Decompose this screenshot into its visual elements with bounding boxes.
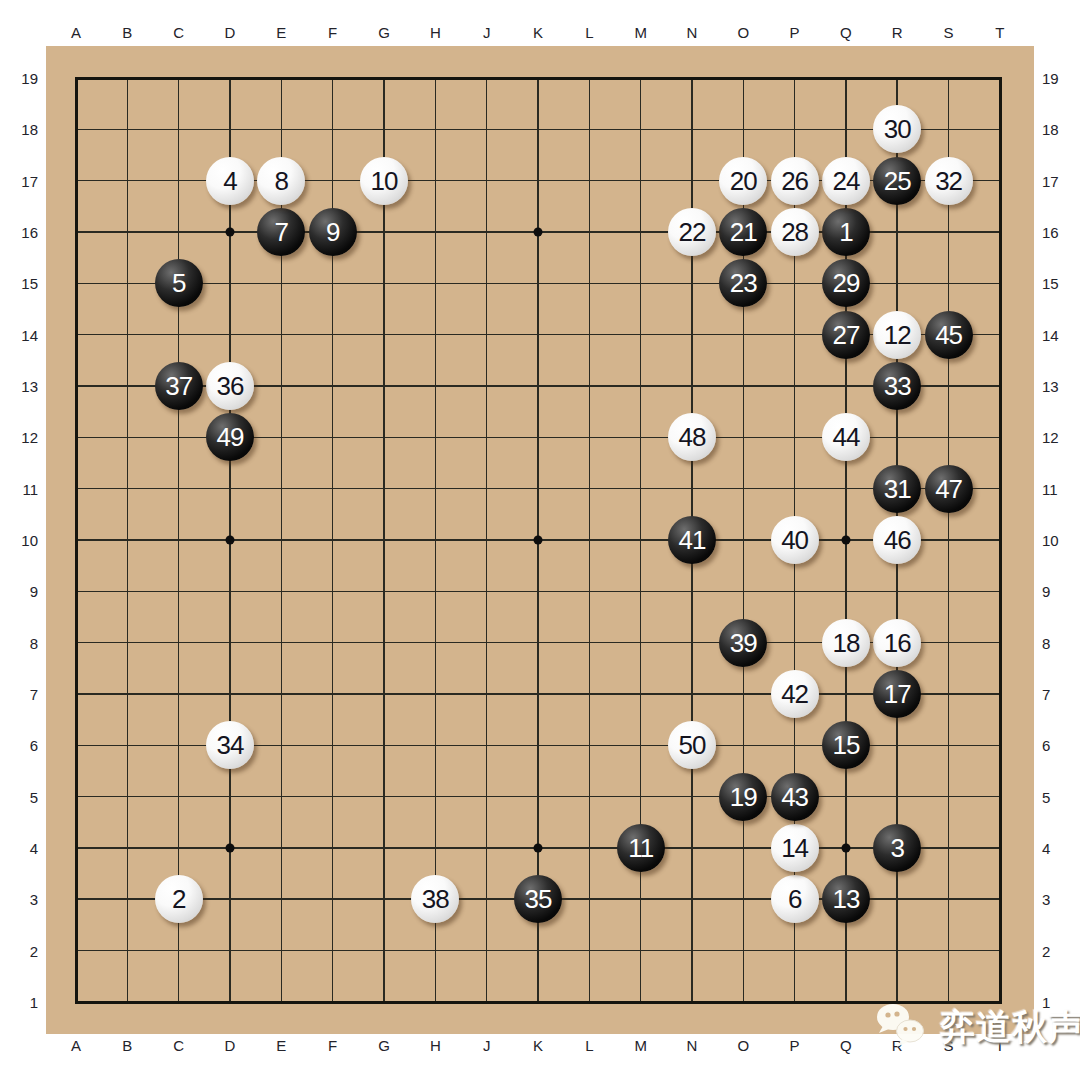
cell-t11[interactable] (974, 463, 1025, 514)
cell-o11[interactable] (718, 463, 769, 514)
cell-a18[interactable] (50, 104, 101, 155)
cell-m1[interactable] (615, 976, 666, 1027)
cell-g5[interactable] (358, 771, 409, 822)
cell-e11[interactable] (256, 463, 307, 514)
cell-g3[interactable] (358, 874, 409, 925)
cell-p2[interactable] (769, 925, 820, 976)
cell-t2[interactable] (974, 925, 1025, 976)
stone-white-34-d6[interactable]: 34 (206, 721, 254, 769)
cell-l6[interactable] (564, 720, 615, 771)
cell-f5[interactable] (307, 771, 358, 822)
cell-e4[interactable] (256, 822, 307, 873)
stone-white-38-h3[interactable]: 38 (411, 875, 459, 923)
cell-m17[interactable] (615, 155, 666, 206)
cell-t9[interactable] (974, 566, 1025, 617)
cell-a1[interactable] (50, 976, 101, 1027)
cell-l1[interactable] (564, 976, 615, 1027)
cell-h13[interactable] (410, 360, 461, 411)
cell-m13[interactable] (615, 360, 666, 411)
cell-j15[interactable] (461, 258, 512, 309)
cell-t7[interactable] (974, 668, 1025, 719)
cell-c8[interactable] (153, 617, 204, 668)
cell-a17[interactable] (50, 155, 101, 206)
cell-d14[interactable] (204, 309, 255, 360)
cell-h17[interactable] (410, 155, 461, 206)
cell-e14[interactable] (256, 309, 307, 360)
cell-j18[interactable] (461, 104, 512, 155)
cell-q18[interactable] (820, 104, 871, 155)
cell-k12[interactable] (512, 412, 563, 463)
cell-o6[interactable] (718, 720, 769, 771)
cell-n1[interactable] (666, 976, 717, 1027)
cell-e2[interactable] (256, 925, 307, 976)
cell-o9[interactable] (718, 566, 769, 617)
cell-e13[interactable] (256, 360, 307, 411)
cell-m14[interactable] (615, 309, 666, 360)
cell-r12[interactable] (872, 412, 923, 463)
cell-f12[interactable] (307, 412, 358, 463)
cell-f1[interactable] (307, 976, 358, 1027)
cell-q19[interactable] (820, 52, 871, 103)
cell-f14[interactable] (307, 309, 358, 360)
cell-n5[interactable] (666, 771, 717, 822)
stone-black-9-f16[interactable]: 9 (309, 208, 357, 256)
cell-f8[interactable] (307, 617, 358, 668)
stone-black-17-r7[interactable]: 17 (873, 670, 921, 718)
cell-b14[interactable] (102, 309, 153, 360)
cell-m10[interactable] (615, 514, 666, 565)
cell-d7[interactable] (204, 668, 255, 719)
cell-n8[interactable] (666, 617, 717, 668)
cell-k6[interactable] (512, 720, 563, 771)
cell-q2[interactable] (820, 925, 871, 976)
cell-q7[interactable] (820, 668, 871, 719)
cell-e8[interactable] (256, 617, 307, 668)
cell-t19[interactable] (974, 52, 1025, 103)
cell-h1[interactable] (410, 976, 461, 1027)
cell-l5[interactable] (564, 771, 615, 822)
cell-r6[interactable] (872, 720, 923, 771)
cell-p12[interactable] (769, 412, 820, 463)
cell-e18[interactable] (256, 104, 307, 155)
cell-f19[interactable] (307, 52, 358, 103)
cell-r2[interactable] (872, 925, 923, 976)
cell-c6[interactable] (153, 720, 204, 771)
cell-p14[interactable] (769, 309, 820, 360)
stone-white-22-n16[interactable]: 22 (668, 208, 716, 256)
cell-e7[interactable] (256, 668, 307, 719)
cell-h16[interactable] (410, 206, 461, 257)
cell-r19[interactable] (872, 52, 923, 103)
cell-k5[interactable] (512, 771, 563, 822)
cell-q13[interactable] (820, 360, 871, 411)
cell-l2[interactable] (564, 925, 615, 976)
cell-c14[interactable] (153, 309, 204, 360)
cell-d15[interactable] (204, 258, 255, 309)
cell-s3[interactable] (923, 874, 974, 925)
cell-b4[interactable] (102, 822, 153, 873)
cell-n18[interactable] (666, 104, 717, 155)
cell-c7[interactable] (153, 668, 204, 719)
cell-b3[interactable] (102, 874, 153, 925)
stone-black-49-d12[interactable]: 49 (206, 413, 254, 461)
cell-g11[interactable] (358, 463, 409, 514)
cell-j19[interactable] (461, 52, 512, 103)
cell-f9[interactable] (307, 566, 358, 617)
cell-k2[interactable] (512, 925, 563, 976)
cell-s18[interactable] (923, 104, 974, 155)
cell-j11[interactable] (461, 463, 512, 514)
cell-o3[interactable] (718, 874, 769, 925)
cell-c11[interactable] (153, 463, 204, 514)
cell-k18[interactable] (512, 104, 563, 155)
cell-a7[interactable] (50, 668, 101, 719)
stone-black-39-o8[interactable]: 39 (719, 619, 767, 667)
cell-n14[interactable] (666, 309, 717, 360)
cell-f13[interactable] (307, 360, 358, 411)
cell-h14[interactable] (410, 309, 461, 360)
cell-h18[interactable] (410, 104, 461, 155)
cell-a9[interactable] (50, 566, 101, 617)
cell-n17[interactable] (666, 155, 717, 206)
cell-k13[interactable] (512, 360, 563, 411)
cell-f10[interactable] (307, 514, 358, 565)
cell-m12[interactable] (615, 412, 666, 463)
cell-g6[interactable] (358, 720, 409, 771)
cell-h15[interactable] (410, 258, 461, 309)
stone-black-15-q6[interactable]: 15 (822, 721, 870, 769)
cell-p18[interactable] (769, 104, 820, 155)
stone-white-50-n6[interactable]: 50 (668, 721, 716, 769)
cell-o10[interactable] (718, 514, 769, 565)
cell-d9[interactable] (204, 566, 255, 617)
cell-m5[interactable] (615, 771, 666, 822)
cell-m9[interactable] (615, 566, 666, 617)
cell-n11[interactable] (666, 463, 717, 514)
stone-white-36-d13[interactable]: 36 (206, 362, 254, 410)
cell-c12[interactable] (153, 412, 204, 463)
cell-o18[interactable] (718, 104, 769, 155)
cell-n9[interactable] (666, 566, 717, 617)
cell-q5[interactable] (820, 771, 871, 822)
cell-j6[interactable] (461, 720, 512, 771)
cell-a3[interactable] (50, 874, 101, 925)
cell-a4[interactable] (50, 822, 101, 873)
cell-h2[interactable] (410, 925, 461, 976)
cell-b6[interactable] (102, 720, 153, 771)
cell-h12[interactable] (410, 412, 461, 463)
cell-q11[interactable] (820, 463, 871, 514)
cell-t4[interactable] (974, 822, 1025, 873)
cell-t18[interactable] (974, 104, 1025, 155)
cell-d1[interactable] (204, 976, 255, 1027)
stone-white-12-r14[interactable]: 12 (873, 311, 921, 359)
cell-j13[interactable] (461, 360, 512, 411)
cell-a6[interactable] (50, 720, 101, 771)
cell-o14[interactable] (718, 309, 769, 360)
cell-s9[interactable] (923, 566, 974, 617)
cell-b5[interactable] (102, 771, 153, 822)
cell-h5[interactable] (410, 771, 461, 822)
cell-p6[interactable] (769, 720, 820, 771)
cell-e10[interactable] (256, 514, 307, 565)
cell-g14[interactable] (358, 309, 409, 360)
cell-p13[interactable] (769, 360, 820, 411)
cell-f7[interactable] (307, 668, 358, 719)
stone-white-20-o17[interactable]: 20 (719, 157, 767, 205)
cell-b15[interactable] (102, 258, 153, 309)
stone-black-7-e16[interactable]: 7 (257, 208, 305, 256)
cell-s5[interactable] (923, 771, 974, 822)
cell-t3[interactable] (974, 874, 1025, 925)
cell-a2[interactable] (50, 925, 101, 976)
cell-k8[interactable] (512, 617, 563, 668)
cell-c10[interactable] (153, 514, 204, 565)
cell-k7[interactable] (512, 668, 563, 719)
stone-white-30-r18[interactable]: 30 (873, 105, 921, 153)
cell-s6[interactable] (923, 720, 974, 771)
cell-e19[interactable] (256, 52, 307, 103)
cell-t16[interactable] (974, 206, 1025, 257)
cell-o12[interactable] (718, 412, 769, 463)
cell-c9[interactable] (153, 566, 204, 617)
stone-white-16-r8[interactable]: 16 (873, 619, 921, 667)
cell-r5[interactable] (872, 771, 923, 822)
cell-g16[interactable] (358, 206, 409, 257)
cell-n4[interactable] (666, 822, 717, 873)
stone-white-14-p4[interactable]: 14 (771, 824, 819, 872)
stone-black-41-n10[interactable]: 41 (668, 516, 716, 564)
cell-q9[interactable] (820, 566, 871, 617)
cell-c5[interactable] (153, 771, 204, 822)
cell-d11[interactable] (204, 463, 255, 514)
cell-l9[interactable] (564, 566, 615, 617)
cell-j2[interactable] (461, 925, 512, 976)
stone-white-8-e17[interactable]: 8 (257, 157, 305, 205)
stone-black-31-r11[interactable]: 31 (873, 465, 921, 513)
cell-g8[interactable] (358, 617, 409, 668)
cell-j17[interactable] (461, 155, 512, 206)
cell-e12[interactable] (256, 412, 307, 463)
cell-d3[interactable] (204, 874, 255, 925)
stone-black-21-o16[interactable]: 21 (719, 208, 767, 256)
cell-m8[interactable] (615, 617, 666, 668)
cell-m11[interactable] (615, 463, 666, 514)
cell-r3[interactable] (872, 874, 923, 925)
cell-c1[interactable] (153, 976, 204, 1027)
stone-white-26-p17[interactable]: 26 (771, 157, 819, 205)
stone-black-47-s11[interactable]: 47 (925, 465, 973, 513)
cell-f11[interactable] (307, 463, 358, 514)
cell-a15[interactable] (50, 258, 101, 309)
cell-g10[interactable] (358, 514, 409, 565)
cell-g9[interactable] (358, 566, 409, 617)
stone-white-42-p7[interactable]: 42 (771, 670, 819, 718)
cell-j3[interactable] (461, 874, 512, 925)
cell-a5[interactable] (50, 771, 101, 822)
cell-l13[interactable] (564, 360, 615, 411)
cell-m2[interactable] (615, 925, 666, 976)
stone-white-24-q17[interactable]: 24 (822, 157, 870, 205)
stone-white-2-c3[interactable]: 2 (155, 875, 203, 923)
stone-black-35-k3[interactable]: 35 (514, 875, 562, 923)
cell-r15[interactable] (872, 258, 923, 309)
cell-b18[interactable] (102, 104, 153, 155)
cell-t8[interactable] (974, 617, 1025, 668)
cell-o4[interactable] (718, 822, 769, 873)
stone-white-18-q8[interactable]: 18 (822, 619, 870, 667)
cell-l18[interactable] (564, 104, 615, 155)
cell-j4[interactable] (461, 822, 512, 873)
cell-f4[interactable] (307, 822, 358, 873)
cell-h19[interactable] (410, 52, 461, 103)
cell-o2[interactable] (718, 925, 769, 976)
cell-t13[interactable] (974, 360, 1025, 411)
cell-f17[interactable] (307, 155, 358, 206)
cell-k17[interactable] (512, 155, 563, 206)
cell-s8[interactable] (923, 617, 974, 668)
cell-l3[interactable] (564, 874, 615, 925)
cell-t14[interactable] (974, 309, 1025, 360)
cell-s15[interactable] (923, 258, 974, 309)
stone-white-32-s17[interactable]: 32 (925, 157, 973, 205)
cell-h6[interactable] (410, 720, 461, 771)
cell-e15[interactable] (256, 258, 307, 309)
cell-e6[interactable] (256, 720, 307, 771)
cell-d5[interactable] (204, 771, 255, 822)
cell-m6[interactable] (615, 720, 666, 771)
cell-s7[interactable] (923, 668, 974, 719)
cell-a14[interactable] (50, 309, 101, 360)
cell-g15[interactable] (358, 258, 409, 309)
cell-m15[interactable] (615, 258, 666, 309)
cell-m7[interactable] (615, 668, 666, 719)
stone-white-44-q12[interactable]: 44 (822, 413, 870, 461)
stone-black-33-r13[interactable]: 33 (873, 362, 921, 410)
cell-l17[interactable] (564, 155, 615, 206)
cell-s19[interactable] (923, 52, 974, 103)
cell-j16[interactable] (461, 206, 512, 257)
cell-t12[interactable] (974, 412, 1025, 463)
cell-b17[interactable] (102, 155, 153, 206)
cell-t15[interactable] (974, 258, 1025, 309)
cell-a8[interactable] (50, 617, 101, 668)
cell-s16[interactable] (923, 206, 974, 257)
cell-s4[interactable] (923, 822, 974, 873)
cell-s10[interactable] (923, 514, 974, 565)
cell-p19[interactable] (769, 52, 820, 103)
cell-d2[interactable] (204, 925, 255, 976)
cell-m16[interactable] (615, 206, 666, 257)
cell-l10[interactable] (564, 514, 615, 565)
cell-j10[interactable] (461, 514, 512, 565)
cell-a13[interactable] (50, 360, 101, 411)
cell-b12[interactable] (102, 412, 153, 463)
cell-j5[interactable] (461, 771, 512, 822)
cell-b8[interactable] (102, 617, 153, 668)
cell-n13[interactable] (666, 360, 717, 411)
cell-b1[interactable] (102, 976, 153, 1027)
stone-black-3-r4[interactable]: 3 (873, 824, 921, 872)
cell-b11[interactable] (102, 463, 153, 514)
cell-c17[interactable] (153, 155, 204, 206)
cell-n7[interactable] (666, 668, 717, 719)
cell-f18[interactable] (307, 104, 358, 155)
stone-black-13-q3[interactable]: 13 (822, 875, 870, 923)
stone-white-40-p10[interactable]: 40 (771, 516, 819, 564)
stone-black-5-c15[interactable]: 5 (155, 259, 203, 307)
cell-t10[interactable] (974, 514, 1025, 565)
cell-g2[interactable] (358, 925, 409, 976)
cell-s13[interactable] (923, 360, 974, 411)
stone-white-6-p3[interactable]: 6 (771, 875, 819, 923)
stone-black-25-r17[interactable]: 25 (873, 157, 921, 205)
cell-m19[interactable] (615, 52, 666, 103)
cell-b7[interactable] (102, 668, 153, 719)
cell-h9[interactable] (410, 566, 461, 617)
cell-h7[interactable] (410, 668, 461, 719)
stone-white-46-r10[interactable]: 46 (873, 516, 921, 564)
cell-h8[interactable] (410, 617, 461, 668)
cell-c18[interactable] (153, 104, 204, 155)
cell-h10[interactable] (410, 514, 461, 565)
cell-c19[interactable] (153, 52, 204, 103)
cell-n19[interactable] (666, 52, 717, 103)
cell-l12[interactable] (564, 412, 615, 463)
cell-c2[interactable] (153, 925, 204, 976)
cell-n15[interactable] (666, 258, 717, 309)
cell-h4[interactable] (410, 822, 461, 873)
stone-black-19-o5[interactable]: 19 (719, 773, 767, 821)
cell-t6[interactable] (974, 720, 1025, 771)
cell-s12[interactable] (923, 412, 974, 463)
stone-black-45-s14[interactable]: 45 (925, 311, 973, 359)
cell-d8[interactable] (204, 617, 255, 668)
cell-j9[interactable] (461, 566, 512, 617)
cell-g7[interactable] (358, 668, 409, 719)
cell-o19[interactable] (718, 52, 769, 103)
cell-r16[interactable] (872, 206, 923, 257)
stone-black-1-q16[interactable]: 1 (822, 208, 870, 256)
cell-j8[interactable] (461, 617, 512, 668)
cell-a16[interactable] (50, 206, 101, 257)
cell-g18[interactable] (358, 104, 409, 155)
cell-k15[interactable] (512, 258, 563, 309)
cell-a11[interactable] (50, 463, 101, 514)
stone-black-37-c13[interactable]: 37 (155, 362, 203, 410)
stone-white-48-n12[interactable]: 48 (668, 413, 716, 461)
cell-k9[interactable] (512, 566, 563, 617)
cell-g12[interactable] (358, 412, 409, 463)
cell-k1[interactable] (512, 976, 563, 1027)
cell-g4[interactable] (358, 822, 409, 873)
cell-e3[interactable] (256, 874, 307, 925)
cell-m3[interactable] (615, 874, 666, 925)
cell-o13[interactable] (718, 360, 769, 411)
cell-l16[interactable] (564, 206, 615, 257)
cell-l7[interactable] (564, 668, 615, 719)
cell-g13[interactable] (358, 360, 409, 411)
cell-f15[interactable] (307, 258, 358, 309)
cell-l14[interactable] (564, 309, 615, 360)
cell-l15[interactable] (564, 258, 615, 309)
cell-d18[interactable] (204, 104, 255, 155)
cell-g1[interactable] (358, 976, 409, 1027)
cell-h11[interactable] (410, 463, 461, 514)
stone-white-4-d17[interactable]: 4 (206, 157, 254, 205)
cell-e5[interactable] (256, 771, 307, 822)
cell-l8[interactable] (564, 617, 615, 668)
